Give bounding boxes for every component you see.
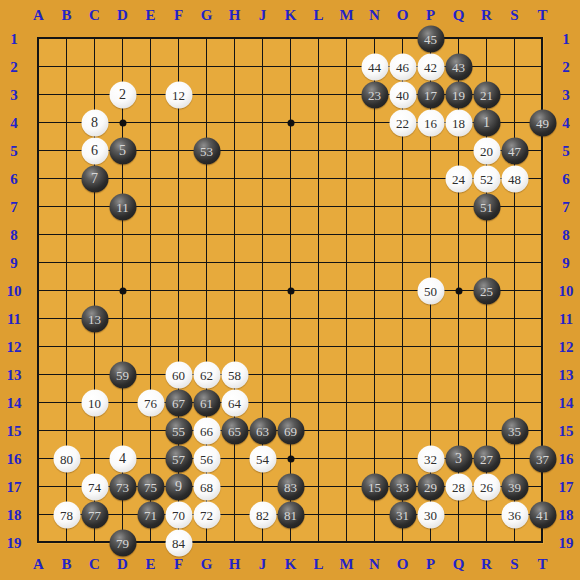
stone-white-22-O4[interactable]: 22 [389,109,416,136]
stone-black-23-N3[interactable]: 23 [361,81,388,108]
column-label-top: E [145,7,155,24]
grid-line-vertical [514,37,515,543]
stone-black-13-C11[interactable]: 13 [81,305,108,332]
stone-move-number: 84 [172,536,185,549]
stone-move-number: 70 [172,508,185,521]
stone-black-21-R3[interactable]: 21 [473,81,500,108]
stone-move-number: 55 [172,424,185,437]
stone-black-15-N17[interactable]: 15 [361,473,388,500]
stone-black-11-D7[interactable]: 11 [109,193,136,220]
stone-move-number: 11 [116,200,129,213]
column-label-bottom: T [537,556,547,573]
stone-white-36-S18[interactable]: 36 [501,501,528,528]
column-label-bottom: E [145,556,155,573]
stone-black-73-D17[interactable]: 73 [109,473,136,500]
stone-move-number: 79 [116,536,129,549]
stone-move-number: 37 [536,452,549,465]
stone-move-number: 17 [424,88,437,101]
row-label-left: 5 [10,142,18,159]
stone-white-66-G15[interactable]: 66 [193,417,220,444]
column-label-bottom: N [369,556,380,573]
stone-black-57-F16[interactable]: 57 [165,445,192,472]
column-label-top: C [89,7,100,24]
row-label-left: 6 [10,170,18,187]
stone-black-53-G5[interactable]: 53 [193,137,220,164]
star-point [119,287,126,294]
stone-move-number: 58 [228,368,241,381]
stone-black-65-H15[interactable]: 65 [221,417,248,444]
stone-black-17-P3[interactable]: 17 [417,81,444,108]
stone-move-number: 26 [480,480,493,493]
stone-move-number: 48 [508,172,521,185]
stone-white-6-C5[interactable]: 6 [81,137,108,164]
row-label-right: 8 [562,226,570,243]
stone-move-number: 21 [480,88,493,101]
star-point [119,119,126,126]
stone-black-69-K15[interactable]: 69 [277,417,304,444]
stone-white-16-P4[interactable]: 16 [417,109,444,136]
stone-move-number: 78 [60,508,73,521]
stone-white-80-B16[interactable]: 80 [53,445,80,472]
stone-move-number: 83 [284,480,297,493]
column-label-top: H [229,7,241,24]
column-label-top: A [33,7,44,24]
column-label-bottom: P [426,556,435,573]
column-label-bottom: K [285,556,297,573]
stone-move-number: 31 [396,508,409,521]
stone-move-number: 82 [256,508,269,521]
stone-move-number: 41 [536,508,549,521]
column-label-bottom: Q [453,556,465,573]
stone-black-27-R16[interactable]: 27 [473,445,500,472]
column-label-top: T [537,7,547,24]
stone-white-56-G16[interactable]: 56 [193,445,220,472]
row-label-left: 10 [7,282,22,299]
row-label-right: 1 [562,30,570,47]
grid-line-vertical [318,37,319,543]
stone-move-number: 6 [91,144,98,158]
stone-black-45-P1[interactable]: 45 [417,25,444,52]
stone-move-number: 39 [508,480,521,493]
row-label-right: 18 [559,506,574,523]
column-label-top: J [259,7,267,24]
stone-move-number: 22 [396,116,409,129]
row-label-right: 3 [562,86,570,103]
stone-move-number: 80 [60,452,73,465]
row-label-right: 14 [559,394,574,411]
stone-move-number: 3 [455,452,462,466]
stone-black-81-K18[interactable]: 81 [277,501,304,528]
row-label-right: 15 [559,422,574,439]
stone-white-50-P10[interactable]: 50 [417,277,444,304]
stone-move-number: 53 [200,144,213,157]
stone-move-number: 4 [119,452,126,466]
stone-move-number: 32 [424,452,437,465]
stone-black-25-R10[interactable]: 25 [473,277,500,304]
stone-white-4-D16[interactable]: 4 [109,445,136,472]
stone-black-5-D5[interactable]: 5 [109,137,136,164]
column-label-top: D [117,7,128,24]
stone-white-74-C17[interactable]: 74 [81,473,108,500]
column-label-bottom: O [397,556,409,573]
stone-move-number: 51 [480,200,493,213]
grid-line-horizontal [37,346,543,347]
stone-black-43-Q2[interactable]: 43 [445,53,472,80]
stone-white-12-F3[interactable]: 12 [165,81,192,108]
row-label-right: 10 [559,282,574,299]
stone-white-32-P16[interactable]: 32 [417,445,444,472]
row-label-right: 12 [559,338,574,355]
stone-move-number: 65 [228,424,241,437]
stone-move-number: 29 [424,480,437,493]
row-label-left: 19 [7,534,22,551]
stone-black-37-T16[interactable]: 37 [529,445,556,472]
stone-move-number: 59 [116,368,129,381]
stone-move-number: 47 [508,144,521,157]
stone-white-24-Q6[interactable]: 24 [445,165,472,192]
row-label-right: 7 [562,198,570,215]
stone-move-number: 1 [483,116,490,130]
column-label-top: N [369,7,380,24]
stone-black-63-J15[interactable]: 63 [249,417,276,444]
row-label-left: 3 [10,86,18,103]
stone-white-20-R5[interactable]: 20 [473,137,500,164]
stone-move-number: 45 [424,32,437,45]
row-label-left: 1 [10,30,18,47]
column-label-top: B [61,7,71,24]
stone-black-35-S15[interactable]: 35 [501,417,528,444]
stone-black-83-K17[interactable]: 83 [277,473,304,500]
stone-move-number: 56 [200,452,213,465]
stone-move-number: 72 [200,508,213,521]
star-point [287,119,294,126]
stone-black-55-F15[interactable]: 55 [165,417,192,444]
stone-black-79-D19[interactable]: 79 [109,529,136,556]
stone-move-number: 20 [480,144,493,157]
row-label-right: 2 [562,58,570,75]
column-label-bottom: H [229,556,241,573]
stone-move-number: 13 [88,312,101,325]
stone-move-number: 42 [424,60,437,73]
stone-black-1-R4[interactable]: 1 [473,109,500,136]
stone-black-77-C18[interactable]: 77 [81,501,108,528]
stone-move-number: 9 [175,480,182,494]
column-label-bottom: D [117,556,128,573]
stone-white-68-G17[interactable]: 68 [193,473,220,500]
stone-black-75-E17[interactable]: 75 [137,473,164,500]
column-label-top: M [339,7,353,24]
stone-move-number: 76 [144,396,157,409]
stone-black-51-R7[interactable]: 51 [473,193,500,220]
stone-white-60-F13[interactable]: 60 [165,361,192,388]
stone-white-18-Q4[interactable]: 18 [445,109,472,136]
column-label-top: Q [453,7,465,24]
stone-move-number: 30 [424,508,437,521]
stone-white-42-P2[interactable]: 42 [417,53,444,80]
stone-white-52-R6[interactable]: 52 [473,165,500,192]
stone-move-number: 68 [200,480,213,493]
column-label-top: K [285,7,297,24]
stone-move-number: 75 [144,480,157,493]
stone-move-number: 7 [91,172,98,186]
stone-white-84-F19[interactable]: 84 [165,529,192,556]
stone-move-number: 33 [396,480,409,493]
stone-black-19-Q3[interactable]: 19 [445,81,472,108]
column-label-bottom: A [33,556,44,573]
column-label-top: R [481,7,492,24]
stone-white-70-F18[interactable]: 70 [165,501,192,528]
stone-move-number: 54 [256,452,269,465]
stone-move-number: 73 [116,480,129,493]
column-label-bottom: S [510,556,518,573]
column-label-bottom: R [481,556,492,573]
stone-white-82-J18[interactable]: 82 [249,501,276,528]
column-label-top: S [510,7,518,24]
stone-white-46-O2[interactable]: 46 [389,53,416,80]
stone-move-number: 62 [200,368,213,381]
stone-move-number: 52 [480,172,493,185]
stone-move-number: 63 [256,424,269,437]
stone-move-number: 5 [119,144,126,158]
row-label-right: 6 [562,170,570,187]
stone-move-number: 77 [88,508,101,521]
stone-move-number: 8 [91,116,98,130]
row-label-left: 4 [10,114,18,131]
stone-move-number: 74 [88,480,101,493]
stone-black-59-D13[interactable]: 59 [109,361,136,388]
row-label-left: 17 [7,478,22,495]
stone-white-62-G13[interactable]: 62 [193,361,220,388]
row-label-left: 8 [10,226,18,243]
row-label-left: 14 [7,394,22,411]
stone-move-number: 57 [172,452,185,465]
stone-white-44-N2[interactable]: 44 [361,53,388,80]
row-label-right: 9 [562,254,570,271]
stone-black-39-S17[interactable]: 39 [501,473,528,500]
row-label-left: 11 [7,310,21,327]
column-label-bottom: L [313,556,323,573]
column-label-bottom: M [339,556,353,573]
stone-white-48-S6[interactable]: 48 [501,165,528,192]
stone-white-8-C4[interactable]: 8 [81,109,108,136]
star-point [455,287,462,294]
stone-black-7-C6[interactable]: 7 [81,165,108,192]
stone-move-number: 60 [172,368,185,381]
grid-line-vertical [346,37,347,543]
column-label-bottom: G [201,556,213,573]
star-point [287,455,294,462]
row-label-right: 16 [559,450,574,467]
stone-move-number: 46 [396,60,409,73]
stone-white-26-R17[interactable]: 26 [473,473,500,500]
row-label-left: 16 [7,450,22,467]
stone-move-number: 71 [144,508,157,521]
stone-black-61-G14[interactable]: 61 [193,389,220,416]
stone-move-number: 36 [508,508,521,521]
stone-move-number: 35 [508,424,521,437]
stone-black-31-O18[interactable]: 31 [389,501,416,528]
stone-move-number: 25 [480,284,493,297]
stone-white-72-G18[interactable]: 72 [193,501,220,528]
column-label-top: G [201,7,213,24]
stone-white-54-J16[interactable]: 54 [249,445,276,472]
column-label-bottom: J [259,556,267,573]
stone-move-number: 19 [452,88,465,101]
row-label-left: 15 [7,422,22,439]
row-label-left: 18 [7,506,22,523]
stone-move-number: 12 [172,88,185,101]
column-label-top: O [397,7,409,24]
row-label-left: 12 [7,338,22,355]
stone-move-number: 44 [368,60,381,73]
row-label-right: 13 [559,366,574,383]
stone-white-40-O3[interactable]: 40 [389,81,416,108]
stone-move-number: 66 [200,424,213,437]
stone-move-number: 15 [368,480,381,493]
stone-move-number: 40 [396,88,409,101]
stone-white-78-B18[interactable]: 78 [53,501,80,528]
stone-move-number: 18 [452,116,465,129]
stone-black-49-T4[interactable]: 49 [529,109,556,136]
row-label-left: 9 [10,254,18,271]
row-label-right: 11 [559,310,573,327]
stone-white-2-D3[interactable]: 2 [109,81,136,108]
stone-black-47-S5[interactable]: 47 [501,137,528,164]
grid-line-horizontal [37,402,543,403]
stone-white-64-H14[interactable]: 64 [221,389,248,416]
stone-white-76-E14[interactable]: 76 [137,389,164,416]
row-label-right: 5 [562,142,570,159]
column-label-top: P [426,7,435,24]
stone-black-41-T18[interactable]: 41 [529,501,556,528]
row-label-left: 7 [10,198,18,215]
grid-line-horizontal [37,318,543,319]
row-label-left: 13 [7,366,22,383]
row-label-right: 19 [559,534,574,551]
stone-move-number: 61 [200,396,213,409]
row-label-right: 4 [562,114,570,131]
stone-black-33-O17[interactable]: 33 [389,473,416,500]
column-label-bottom: B [61,556,71,573]
stone-move-number: 49 [536,116,549,129]
stone-white-30-P18[interactable]: 30 [417,501,444,528]
row-label-right: 17 [559,478,574,495]
column-label-bottom: F [174,556,183,573]
go-board[interactable]: AABBCCDDEEFFGGHHJJKKLLMMNNOOPPQQRRSSTT11… [0,0,580,580]
stone-move-number: 69 [284,424,297,437]
stone-black-3-Q16[interactable]: 3 [445,445,472,472]
grid-line-vertical [374,37,375,543]
stone-move-number: 16 [424,116,437,129]
stone-black-71-E18[interactable]: 71 [137,501,164,528]
stone-move-number: 64 [228,396,241,409]
stone-white-58-H13[interactable]: 58 [221,361,248,388]
stone-black-29-P17[interactable]: 29 [417,473,444,500]
column-label-bottom: C [89,556,100,573]
column-label-top: L [313,7,323,24]
stone-move-number: 67 [172,396,185,409]
stone-move-number: 81 [284,508,297,521]
stone-move-number: 2 [119,88,126,102]
stone-move-number: 27 [480,452,493,465]
stone-white-10-C14[interactable]: 10 [81,389,108,416]
row-label-left: 2 [10,58,18,75]
stone-move-number: 24 [452,172,465,185]
stone-move-number: 10 [88,396,101,409]
stone-white-28-Q17[interactable]: 28 [445,473,472,500]
stone-move-number: 28 [452,480,465,493]
stone-black-9-F17[interactable]: 9 [165,473,192,500]
stone-move-number: 23 [368,88,381,101]
column-label-top: F [174,7,183,24]
stone-move-number: 50 [424,284,437,297]
stone-black-67-F14[interactable]: 67 [165,389,192,416]
star-point [287,287,294,294]
stone-move-number: 43 [452,60,465,73]
